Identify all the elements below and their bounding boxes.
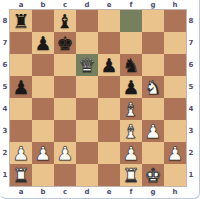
square-g3[interactable]: ♟ xyxy=(142,120,164,142)
square-b2[interactable]: ♟ xyxy=(32,142,54,164)
piece-white-pawn[interactable]: ♟ xyxy=(120,142,142,164)
square-h5[interactable] xyxy=(164,76,186,98)
square-d7[interactable] xyxy=(76,32,98,54)
square-f4[interactable]: ♝ xyxy=(120,98,142,120)
file-label-b: b xyxy=(32,0,54,10)
rank-label-2: 2 xyxy=(0,142,10,164)
file-label-g: g xyxy=(142,186,164,198)
rank-label-6: 6 xyxy=(186,54,196,76)
rank-label-1: 1 xyxy=(0,164,10,186)
square-e8[interactable] xyxy=(98,10,120,32)
square-b3[interactable] xyxy=(32,120,54,142)
file-label-f: f xyxy=(120,186,142,198)
piece-black-pawn[interactable]: ♟ xyxy=(32,32,54,54)
chess-board-panel: abcdefgh 87654321 ♜♝♟♚♛♟♞♟♟♞♝♝♟♟♟♟♟♟♜♜♚ … xyxy=(0,0,200,199)
square-c1[interactable] xyxy=(54,164,76,186)
square-h7[interactable] xyxy=(164,32,186,54)
square-g8[interactable] xyxy=(142,10,164,32)
square-b6[interactable] xyxy=(32,54,54,76)
rank-label-1: 1 xyxy=(186,164,196,186)
file-label-h: h xyxy=(164,0,186,10)
rank-labels-right: 87654321 xyxy=(186,10,196,186)
file-label-c: c xyxy=(54,186,76,198)
square-d3[interactable] xyxy=(76,120,98,142)
square-a8[interactable]: ♜ xyxy=(10,10,32,32)
rank-label-3: 3 xyxy=(0,120,10,142)
square-b7[interactable]: ♟ xyxy=(32,32,54,54)
square-h3[interactable] xyxy=(164,120,186,142)
square-g5[interactable]: ♞ xyxy=(142,76,164,98)
square-e5[interactable] xyxy=(98,76,120,98)
file-label-a: a xyxy=(10,0,32,10)
square-e6[interactable]: ♟ xyxy=(98,54,120,76)
square-d2[interactable] xyxy=(76,142,98,164)
square-h2[interactable]: ♟ xyxy=(164,142,186,164)
piece-black-pawn[interactable]: ♟ xyxy=(120,76,142,98)
square-f5[interactable]: ♟ xyxy=(120,76,142,98)
square-c3[interactable] xyxy=(54,120,76,142)
square-d5[interactable] xyxy=(76,76,98,98)
piece-black-bishop[interactable]: ♝ xyxy=(54,10,76,32)
piece-white-pawn[interactable]: ♟ xyxy=(164,142,186,164)
square-e7[interactable] xyxy=(98,32,120,54)
square-a6[interactable] xyxy=(10,54,32,76)
piece-white-rook[interactable]: ♜ xyxy=(10,164,32,186)
square-c7[interactable]: ♚ xyxy=(54,32,76,54)
rank-label-6: 6 xyxy=(0,54,10,76)
square-g1[interactable]: ♚ xyxy=(142,164,164,186)
square-f7[interactable] xyxy=(120,32,142,54)
square-f1[interactable]: ♜ xyxy=(120,164,142,186)
file-label-b: b xyxy=(32,186,54,198)
square-a1[interactable]: ♜ xyxy=(10,164,32,186)
file-label-d: d xyxy=(76,186,98,198)
piece-black-knight[interactable]: ♞ xyxy=(120,54,142,76)
rank-label-3: 3 xyxy=(186,120,196,142)
rank-label-5: 5 xyxy=(186,76,196,98)
rank-label-4: 4 xyxy=(186,98,196,120)
square-a3[interactable] xyxy=(10,120,32,142)
square-c8[interactable]: ♝ xyxy=(54,10,76,32)
rank-label-8: 8 xyxy=(186,10,196,32)
rank-label-5: 5 xyxy=(0,76,10,98)
square-f6[interactable]: ♞ xyxy=(120,54,142,76)
file-label-e: e xyxy=(98,186,120,198)
square-a2[interactable]: ♟ xyxy=(10,142,32,164)
square-c5[interactable] xyxy=(54,76,76,98)
square-a7[interactable] xyxy=(10,32,32,54)
rank-label-7: 7 xyxy=(186,32,196,54)
piece-white-pawn[interactable]: ♟ xyxy=(10,142,32,164)
file-labels-bottom: abcdefgh xyxy=(10,186,199,198)
file-label-g: g xyxy=(142,0,164,10)
piece-white-pawn[interactable]: ♟ xyxy=(142,120,164,142)
square-d4[interactable] xyxy=(76,98,98,120)
piece-black-pawn[interactable]: ♟ xyxy=(98,54,120,76)
square-d1[interactable] xyxy=(76,164,98,186)
piece-white-pawn[interactable]: ♟ xyxy=(54,142,76,164)
square-g7[interactable] xyxy=(142,32,164,54)
rank-label-2: 2 xyxy=(186,142,196,164)
square-g2[interactable] xyxy=(142,142,164,164)
file-label-d: d xyxy=(76,0,98,10)
square-c2[interactable]: ♟ xyxy=(54,142,76,164)
square-c6[interactable] xyxy=(54,54,76,76)
file-labels-top: abcdefgh xyxy=(10,0,199,10)
square-f8[interactable] xyxy=(120,10,142,32)
file-label-h: h xyxy=(164,186,186,198)
square-h1[interactable] xyxy=(164,164,186,186)
piece-white-queen[interactable]: ♛ xyxy=(76,54,98,76)
square-f2[interactable]: ♟ xyxy=(120,142,142,164)
piece-white-knight[interactable]: ♞ xyxy=(142,76,164,98)
square-d6[interactable]: ♛ xyxy=(76,54,98,76)
square-g6[interactable] xyxy=(142,54,164,76)
chess-board: ♜♝♟♚♛♟♞♟♟♞♝♝♟♟♟♟♟♟♜♜♚ xyxy=(10,10,186,186)
file-label-e: e xyxy=(98,0,120,10)
square-a5[interactable]: ♟ xyxy=(10,76,32,98)
square-e1[interactable] xyxy=(98,164,120,186)
square-a4[interactable] xyxy=(10,98,32,120)
square-d8[interactable] xyxy=(76,10,98,32)
piece-white-bishop[interactable]: ♝ xyxy=(120,98,142,120)
piece-black-rook[interactable]: ♜ xyxy=(10,10,32,32)
square-e3[interactable] xyxy=(98,120,120,142)
square-b5[interactable] xyxy=(32,76,54,98)
square-b8[interactable] xyxy=(32,10,54,32)
file-label-f: f xyxy=(120,0,142,10)
square-b4[interactable] xyxy=(32,98,54,120)
square-h8[interactable] xyxy=(164,10,186,32)
piece-white-pawn[interactable]: ♟ xyxy=(32,142,54,164)
rank-labels-left: 87654321 xyxy=(0,10,10,186)
piece-white-king[interactable]: ♚ xyxy=(142,164,164,186)
piece-white-bishop[interactable]: ♝ xyxy=(120,120,142,142)
file-label-c: c xyxy=(54,0,76,10)
piece-black-pawn[interactable]: ♟ xyxy=(10,76,32,98)
square-f3[interactable]: ♝ xyxy=(120,120,142,142)
square-c4[interactable] xyxy=(54,98,76,120)
piece-white-rook[interactable]: ♜ xyxy=(120,164,142,186)
piece-black-king[interactable]: ♚ xyxy=(54,32,76,54)
square-g4[interactable] xyxy=(142,98,164,120)
square-b1[interactable] xyxy=(32,164,54,186)
square-h6[interactable] xyxy=(164,54,186,76)
rank-label-8: 8 xyxy=(0,10,10,32)
rank-label-7: 7 xyxy=(0,32,10,54)
file-label-a: a xyxy=(10,186,32,198)
square-e2[interactable] xyxy=(98,142,120,164)
rank-label-4: 4 xyxy=(0,98,10,120)
square-h4[interactable] xyxy=(164,98,186,120)
square-e4[interactable] xyxy=(98,98,120,120)
